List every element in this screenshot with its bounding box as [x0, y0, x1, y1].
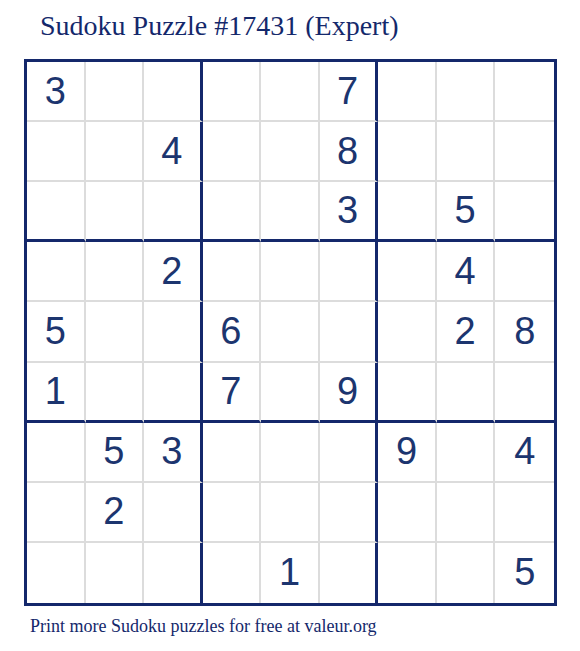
cell-r6c7[interactable] [378, 363, 437, 423]
cell-r3c5[interactable] [261, 182, 320, 242]
cell-r9c8[interactable] [437, 543, 496, 603]
cell-r8c9[interactable] [495, 483, 554, 543]
page-title: Sudoku Puzzle #17431 (Expert) [40, 10, 399, 42]
cell-r4c8[interactable]: 4 [437, 242, 496, 302]
cell-r9c7[interactable] [378, 543, 437, 603]
cell-r2c1[interactable] [27, 122, 86, 182]
cell-r1c7[interactable] [378, 62, 437, 122]
cell-r4c9[interactable] [495, 242, 554, 302]
cell-r8c6[interactable] [320, 483, 379, 543]
cell-r8c1[interactable] [27, 483, 86, 543]
cell-r6c8[interactable] [437, 363, 496, 423]
sudoku-grid: 3748352456281795394215 [24, 59, 557, 606]
cell-r2c3[interactable]: 4 [144, 122, 203, 182]
cell-r6c1[interactable]: 1 [27, 363, 86, 423]
cell-r8c3[interactable] [144, 483, 203, 543]
cell-r6c4[interactable]: 7 [203, 363, 262, 423]
cell-r3c2[interactable] [86, 182, 145, 242]
cell-r6c9[interactable] [495, 363, 554, 423]
cell-r5c7[interactable] [378, 302, 437, 362]
cell-r7c8[interactable] [437, 423, 496, 483]
cell-r3c8[interactable]: 5 [437, 182, 496, 242]
cell-r2c4[interactable] [203, 122, 262, 182]
cell-r7c2[interactable]: 5 [86, 423, 145, 483]
cell-r2c7[interactable] [378, 122, 437, 182]
cell-r7c6[interactable] [320, 423, 379, 483]
cell-r7c5[interactable] [261, 423, 320, 483]
cell-r5c9[interactable]: 8 [495, 302, 554, 362]
cell-r1c9[interactable] [495, 62, 554, 122]
cell-r7c4[interactable] [203, 423, 262, 483]
cell-r1c6[interactable]: 7 [320, 62, 379, 122]
cell-r9c3[interactable] [144, 543, 203, 603]
cell-r1c4[interactable] [203, 62, 262, 122]
cell-r5c6[interactable] [320, 302, 379, 362]
cell-r2c9[interactable] [495, 122, 554, 182]
cell-r8c8[interactable] [437, 483, 496, 543]
cell-r7c7[interactable]: 9 [378, 423, 437, 483]
cell-r6c2[interactable] [86, 363, 145, 423]
cell-r3c3[interactable] [144, 182, 203, 242]
cell-r3c6[interactable]: 3 [320, 182, 379, 242]
cell-r4c6[interactable] [320, 242, 379, 302]
cell-r3c1[interactable] [27, 182, 86, 242]
cell-r8c5[interactable] [261, 483, 320, 543]
cell-r5c5[interactable] [261, 302, 320, 362]
cell-r3c7[interactable] [378, 182, 437, 242]
cell-r3c9[interactable] [495, 182, 554, 242]
cell-r2c2[interactable] [86, 122, 145, 182]
cell-r8c4[interactable] [203, 483, 262, 543]
cell-r6c3[interactable] [144, 363, 203, 423]
cell-r9c9[interactable]: 5 [495, 543, 554, 603]
footer-text: Print more Sudoku puzzles for free at va… [30, 616, 377, 637]
cell-r9c2[interactable] [86, 543, 145, 603]
cell-r5c3[interactable] [144, 302, 203, 362]
cell-r5c8[interactable]: 2 [437, 302, 496, 362]
cell-r9c1[interactable] [27, 543, 86, 603]
cell-r4c5[interactable] [261, 242, 320, 302]
cell-r4c3[interactable]: 2 [144, 242, 203, 302]
cell-r1c5[interactable] [261, 62, 320, 122]
cell-r5c2[interactable] [86, 302, 145, 362]
cell-r2c6[interactable]: 8 [320, 122, 379, 182]
cell-r3c4[interactable] [203, 182, 262, 242]
cell-r4c1[interactable] [27, 242, 86, 302]
cell-r4c7[interactable] [378, 242, 437, 302]
cell-r9c6[interactable] [320, 543, 379, 603]
cell-r6c6[interactable]: 9 [320, 363, 379, 423]
cell-r7c1[interactable] [27, 423, 86, 483]
cell-r8c7[interactable] [378, 483, 437, 543]
cell-r1c2[interactable] [86, 62, 145, 122]
cell-r2c5[interactable] [261, 122, 320, 182]
cell-r6c5[interactable] [261, 363, 320, 423]
cell-r7c3[interactable]: 3 [144, 423, 203, 483]
cell-r9c5[interactable]: 1 [261, 543, 320, 603]
cell-r2c8[interactable] [437, 122, 496, 182]
cell-r9c4[interactable] [203, 543, 262, 603]
cell-r1c1[interactable]: 3 [27, 62, 86, 122]
cell-r7c9[interactable]: 4 [495, 423, 554, 483]
cell-r4c4[interactable] [203, 242, 262, 302]
cell-r1c3[interactable] [144, 62, 203, 122]
cell-r1c8[interactable] [437, 62, 496, 122]
cell-r4c2[interactable] [86, 242, 145, 302]
cell-r8c2[interactable]: 2 [86, 483, 145, 543]
cell-r5c1[interactable]: 5 [27, 302, 86, 362]
cell-r5c4[interactable]: 6 [203, 302, 262, 362]
